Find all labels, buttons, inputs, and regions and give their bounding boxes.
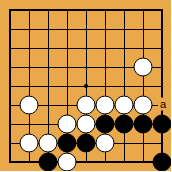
stone-white xyxy=(39,134,58,153)
stone-white xyxy=(20,96,39,115)
stone-white xyxy=(77,96,96,115)
stones-layer xyxy=(0,0,171,171)
go-board[interactable]: a xyxy=(0,0,171,171)
point-label-a[interactable]: a xyxy=(158,98,168,111)
stone-white xyxy=(58,153,77,172)
stone-white xyxy=(20,134,39,153)
stone-white xyxy=(134,96,153,115)
stone-black xyxy=(96,115,115,134)
stone-white xyxy=(115,96,134,115)
stone-black xyxy=(39,153,58,172)
stone-white xyxy=(96,96,115,115)
go-board-diagram: a xyxy=(0,0,171,171)
stone-white xyxy=(134,58,153,77)
stone-black xyxy=(134,115,153,134)
stone-black xyxy=(115,115,134,134)
stone-black xyxy=(58,134,77,153)
stone-white xyxy=(58,115,77,134)
stone-white xyxy=(96,134,115,153)
stone-white xyxy=(77,115,96,134)
stone-black xyxy=(77,134,96,153)
stone-black xyxy=(153,153,172,172)
stone-black xyxy=(153,115,172,134)
